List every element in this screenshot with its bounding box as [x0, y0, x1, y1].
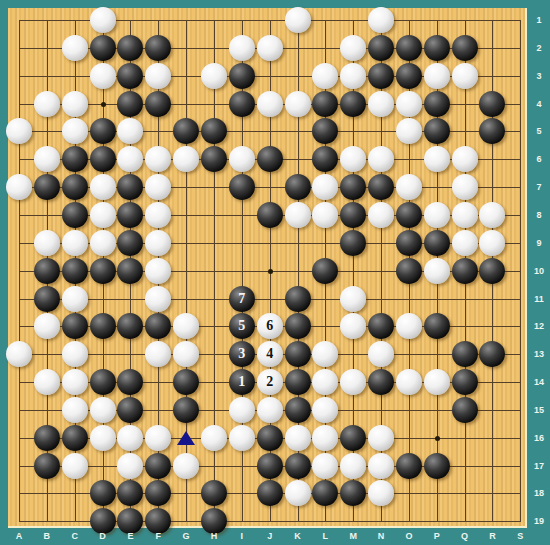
stone-black-P2[interactable]	[424, 35, 450, 61]
stone-black-Q2[interactable]	[452, 35, 478, 61]
stone-white-J4[interactable]	[257, 91, 283, 117]
stone-black-E4[interactable]	[117, 91, 143, 117]
coord-right-8: 8	[536, 210, 541, 220]
stone-white-L7[interactable]	[312, 174, 338, 200]
stone-white-L16[interactable]	[312, 425, 338, 451]
stone-white-L13[interactable]	[312, 341, 338, 367]
stone-black-J16[interactable]	[257, 425, 283, 451]
stone-black-E15[interactable]	[117, 397, 143, 423]
stone-white-L3[interactable]	[312, 63, 338, 89]
coord-bottom-H: H	[211, 531, 218, 541]
coord-bottom-B: B	[44, 531, 51, 541]
stone-black-O17[interactable]	[396, 453, 422, 479]
coord-bottom-A: A	[16, 531, 23, 541]
stone-black-G15[interactable]	[173, 397, 199, 423]
stone-white-Q9[interactable]	[452, 230, 478, 256]
stone-black-O10[interactable]	[396, 258, 422, 284]
coord-bottom-R: R	[489, 531, 496, 541]
go-app-window: 7563412 ABCDEFGHIJKLMNOPQRS1234567891011…	[0, 0, 550, 545]
stone-white-D1[interactable]	[90, 7, 116, 33]
stone-black-D2[interactable]	[90, 35, 116, 61]
stone-white-D15[interactable]	[90, 397, 116, 423]
stone-white-F6[interactable]	[145, 146, 171, 172]
stone-white-M2[interactable]	[340, 35, 366, 61]
stone-black-F2[interactable]	[145, 35, 171, 61]
stone-black-F17[interactable]	[145, 453, 171, 479]
stone-black-B16[interactable]	[34, 425, 60, 451]
stone-black-O3[interactable]	[396, 63, 422, 89]
stone-black-D14[interactable]	[90, 369, 116, 395]
stone-white-D16[interactable]	[90, 425, 116, 451]
stone-white-L17[interactable]	[312, 453, 338, 479]
stone-white-B14[interactable]	[34, 369, 60, 395]
stone-white-M12[interactable]	[340, 313, 366, 339]
stone-black-N3[interactable]	[368, 63, 394, 89]
stone-white-D3[interactable]	[90, 63, 116, 89]
stone-white-D9[interactable]	[90, 230, 116, 256]
stone-black-H5[interactable]	[201, 118, 227, 144]
move-6-stone-J12[interactable]: 6	[257, 313, 283, 339]
stone-white-C17[interactable]	[62, 453, 88, 479]
stone-black-L6[interactable]	[312, 146, 338, 172]
grid-line	[520, 20, 521, 522]
coord-right-19: 19	[534, 516, 544, 526]
stone-black-H18[interactable]	[201, 480, 227, 506]
stone-white-P6[interactable]	[424, 146, 450, 172]
stone-white-B12[interactable]	[34, 313, 60, 339]
stone-white-F11[interactable]	[145, 286, 171, 312]
coord-right-9: 9	[536, 238, 541, 248]
stone-white-F7[interactable]	[145, 174, 171, 200]
stone-white-N4[interactable]	[368, 91, 394, 117]
stone-black-R4[interactable]	[479, 91, 505, 117]
stone-white-E16[interactable]	[117, 425, 143, 451]
coord-bottom-D: D	[99, 531, 106, 541]
coord-right-10: 10	[534, 266, 544, 276]
stone-black-P4[interactable]	[424, 91, 450, 117]
stone-black-G5[interactable]	[173, 118, 199, 144]
stone-white-C11[interactable]	[62, 286, 88, 312]
stone-white-L14[interactable]	[312, 369, 338, 395]
stone-black-K17[interactable]	[285, 453, 311, 479]
stone-black-E7[interactable]	[117, 174, 143, 200]
stone-black-K13[interactable]	[285, 341, 311, 367]
stone-white-K1[interactable]	[285, 7, 311, 33]
coord-right-3: 3	[536, 71, 541, 81]
star-point-D4	[101, 102, 106, 107]
stone-black-E12[interactable]	[117, 313, 143, 339]
stone-black-E2[interactable]	[117, 35, 143, 61]
stone-black-B10[interactable]	[34, 258, 60, 284]
stone-white-E6[interactable]	[117, 146, 143, 172]
stone-white-F8[interactable]	[145, 202, 171, 228]
stone-white-P8[interactable]	[424, 202, 450, 228]
stone-black-F12[interactable]	[145, 313, 171, 339]
stone-black-E9[interactable]	[117, 230, 143, 256]
stone-white-O5[interactable]	[396, 118, 422, 144]
stone-white-J15[interactable]	[257, 397, 283, 423]
coord-bottom-K: K	[294, 531, 301, 541]
stone-white-M17[interactable]	[340, 453, 366, 479]
stone-white-P3[interactable]	[424, 63, 450, 89]
stone-white-F9[interactable]	[145, 230, 171, 256]
coord-right-7: 7	[536, 182, 541, 192]
stone-white-M3[interactable]	[340, 63, 366, 89]
stone-black-J8[interactable]	[257, 202, 283, 228]
stone-white-K8[interactable]	[285, 202, 311, 228]
stone-white-N6[interactable]	[368, 146, 394, 172]
stone-black-I7[interactable]	[229, 174, 255, 200]
stone-white-O12[interactable]	[396, 313, 422, 339]
coord-bottom-O: O	[405, 531, 412, 541]
stone-black-J17[interactable]	[257, 453, 283, 479]
coord-bottom-M: M	[349, 531, 357, 541]
stone-black-M18[interactable]	[340, 480, 366, 506]
stone-black-Q15[interactable]	[452, 397, 478, 423]
stone-black-E8[interactable]	[117, 202, 143, 228]
stone-black-Q13[interactable]	[452, 341, 478, 367]
coord-bottom-G: G	[183, 531, 190, 541]
stone-white-C2[interactable]	[62, 35, 88, 61]
coord-right-18: 18	[534, 488, 544, 498]
stone-white-N16[interactable]	[368, 425, 394, 451]
stone-black-F4[interactable]	[145, 91, 171, 117]
stone-black-K11[interactable]	[285, 286, 311, 312]
stone-white-Q7[interactable]	[452, 174, 478, 200]
stone-black-P12[interactable]	[424, 313, 450, 339]
stone-black-D5[interactable]	[90, 118, 116, 144]
stone-black-R5[interactable]	[479, 118, 505, 144]
stone-white-R9[interactable]	[479, 230, 505, 256]
stone-black-J18[interactable]	[257, 480, 283, 506]
move-7-stone-I11[interactable]: 7	[229, 286, 255, 312]
stone-white-D8[interactable]	[90, 202, 116, 228]
stone-black-G14[interactable]	[173, 369, 199, 395]
stone-white-C15[interactable]	[62, 397, 88, 423]
coord-right-1: 1	[536, 15, 541, 25]
stone-white-C14[interactable]	[62, 369, 88, 395]
stone-black-N12[interactable]	[368, 313, 394, 339]
stone-white-G12[interactable]	[173, 313, 199, 339]
stone-white-H16[interactable]	[201, 425, 227, 451]
stone-black-J6[interactable]	[257, 146, 283, 172]
stone-black-C10[interactable]	[62, 258, 88, 284]
stone-white-B6[interactable]	[34, 146, 60, 172]
stone-white-I6[interactable]	[229, 146, 255, 172]
coord-bottom-L: L	[323, 531, 329, 541]
move-2-stone-J14[interactable]: 2	[257, 369, 283, 395]
stone-white-B9[interactable]	[34, 230, 60, 256]
coord-right-15: 15	[534, 405, 544, 415]
stone-black-C12[interactable]	[62, 313, 88, 339]
stone-white-C4[interactable]	[62, 91, 88, 117]
coord-right-11: 11	[534, 294, 544, 304]
stone-black-D10[interactable]	[90, 258, 116, 284]
stone-black-E14[interactable]	[117, 369, 143, 395]
stone-white-N8[interactable]	[368, 202, 394, 228]
move-3-stone-I13[interactable]: 3	[229, 341, 255, 367]
stone-black-P17[interactable]	[424, 453, 450, 479]
coord-right-2: 2	[536, 43, 541, 53]
stone-white-E17[interactable]	[117, 453, 143, 479]
stone-white-Q6[interactable]	[452, 146, 478, 172]
stone-black-P9[interactable]	[424, 230, 450, 256]
stone-white-F3[interactable]	[145, 63, 171, 89]
stone-black-L4[interactable]	[312, 91, 338, 117]
stone-black-I4[interactable]	[229, 91, 255, 117]
coord-right-4: 4	[536, 99, 541, 109]
coord-right-12: 12	[534, 321, 544, 331]
stone-black-Q14[interactable]	[452, 369, 478, 395]
coord-right-17: 17	[534, 461, 544, 471]
stone-black-N14[interactable]	[368, 369, 394, 395]
stone-white-I2[interactable]	[229, 35, 255, 61]
stone-white-I16[interactable]	[229, 425, 255, 451]
move-5-stone-I12[interactable]: 5	[229, 313, 255, 339]
stone-white-B4[interactable]	[34, 91, 60, 117]
move-4-stone-J13[interactable]: 4	[257, 341, 283, 367]
stone-black-R13[interactable]	[479, 341, 505, 367]
coord-bottom-I: I	[241, 531, 244, 541]
stone-black-K14[interactable]	[285, 369, 311, 395]
triangle-marker-G16	[177, 431, 195, 445]
stone-white-O14[interactable]	[396, 369, 422, 395]
coord-bottom-F: F	[156, 531, 162, 541]
stone-white-F16[interactable]	[145, 425, 171, 451]
stone-black-P5[interactable]	[424, 118, 450, 144]
coord-right-16: 16	[534, 433, 544, 443]
stone-black-E10[interactable]	[117, 258, 143, 284]
coord-right-6: 6	[536, 154, 541, 164]
stone-white-M14[interactable]	[340, 369, 366, 395]
stone-white-K4[interactable]	[285, 91, 311, 117]
stone-black-I3[interactable]	[229, 63, 255, 89]
stone-black-B17[interactable]	[34, 453, 60, 479]
stone-black-D18[interactable]	[90, 480, 116, 506]
stone-white-Q3[interactable]	[452, 63, 478, 89]
stone-white-G6[interactable]	[173, 146, 199, 172]
coord-bottom-Q: Q	[461, 531, 468, 541]
stone-white-A5[interactable]	[6, 118, 32, 144]
go-board[interactable]: 7563412	[8, 8, 527, 528]
stone-white-G13[interactable]	[173, 341, 199, 367]
stone-white-F10[interactable]	[145, 258, 171, 284]
stone-white-N1[interactable]	[368, 7, 394, 33]
stone-black-N2[interactable]	[368, 35, 394, 61]
stone-black-O9[interactable]	[396, 230, 422, 256]
coord-bottom-N: N	[378, 531, 385, 541]
stone-black-Q10[interactable]	[452, 258, 478, 284]
stone-white-K16[interactable]	[285, 425, 311, 451]
stone-black-L10[interactable]	[312, 258, 338, 284]
stone-white-I15[interactable]	[229, 397, 255, 423]
stone-black-M4[interactable]	[340, 91, 366, 117]
stone-white-A13[interactable]	[6, 341, 32, 367]
stone-white-C5[interactable]	[62, 118, 88, 144]
stone-white-A7[interactable]	[6, 174, 32, 200]
stone-black-C16[interactable]	[62, 425, 88, 451]
star-point-P16	[435, 436, 440, 441]
stone-white-N13[interactable]	[368, 341, 394, 367]
stone-white-C13[interactable]	[62, 341, 88, 367]
stone-white-G17[interactable]	[173, 453, 199, 479]
stone-black-M9[interactable]	[340, 230, 366, 256]
stone-black-C7[interactable]	[62, 174, 88, 200]
coord-bottom-E: E	[127, 531, 133, 541]
coord-bottom-C: C	[71, 531, 78, 541]
stone-black-D6[interactable]	[90, 146, 116, 172]
stone-black-C8[interactable]	[62, 202, 88, 228]
coord-bottom-P: P	[434, 531, 440, 541]
move-1-stone-I14[interactable]: 1	[229, 369, 255, 395]
stone-black-L5[interactable]	[312, 118, 338, 144]
star-point-J10	[268, 269, 273, 274]
stone-white-M6[interactable]	[340, 146, 366, 172]
stone-black-M7[interactable]	[340, 174, 366, 200]
stone-black-H6[interactable]	[201, 146, 227, 172]
stone-white-L8[interactable]	[312, 202, 338, 228]
stone-black-N7[interactable]	[368, 174, 394, 200]
coord-bottom-S: S	[517, 531, 523, 541]
stone-black-R10[interactable]	[479, 258, 505, 284]
stone-white-M11[interactable]	[340, 286, 366, 312]
stone-white-F13[interactable]	[145, 341, 171, 367]
stone-white-E5[interactable]	[117, 118, 143, 144]
coord-bottom-J: J	[267, 531, 272, 541]
coord-right-13: 13	[534, 349, 544, 359]
stone-black-K7[interactable]	[285, 174, 311, 200]
stone-white-Q8[interactable]	[452, 202, 478, 228]
stone-black-O2[interactable]	[396, 35, 422, 61]
stone-black-M8[interactable]	[340, 202, 366, 228]
stone-black-C6[interactable]	[62, 146, 88, 172]
stone-black-B7[interactable]	[34, 174, 60, 200]
stone-white-H3[interactable]	[201, 63, 227, 89]
stone-black-D12[interactable]	[90, 313, 116, 339]
stone-white-O7[interactable]	[396, 174, 422, 200]
stone-black-F18[interactable]	[145, 480, 171, 506]
stone-black-E18[interactable]	[117, 480, 143, 506]
stone-white-C9[interactable]	[62, 230, 88, 256]
coord-right-5: 5	[536, 126, 541, 136]
stone-black-M16[interactable]	[340, 425, 366, 451]
stone-black-L18[interactable]	[312, 480, 338, 506]
stone-white-P10[interactable]	[424, 258, 450, 284]
stone-white-L15[interactable]	[312, 397, 338, 423]
stone-black-K12[interactable]	[285, 313, 311, 339]
stone-white-K18[interactable]	[285, 480, 311, 506]
stone-white-N17[interactable]	[368, 453, 394, 479]
stone-black-B11[interactable]	[34, 286, 60, 312]
stone-black-O8[interactable]	[396, 202, 422, 228]
stone-white-D7[interactable]	[90, 174, 116, 200]
stone-white-N18[interactable]	[368, 480, 394, 506]
stone-black-K15[interactable]	[285, 397, 311, 423]
stone-white-J2[interactable]	[257, 35, 283, 61]
stone-white-O4[interactable]	[396, 91, 422, 117]
stone-black-E3[interactable]	[117, 63, 143, 89]
grid-line	[19, 299, 521, 300]
coord-right-14: 14	[534, 377, 544, 387]
stone-white-P14[interactable]	[424, 369, 450, 395]
stone-white-R8[interactable]	[479, 202, 505, 228]
